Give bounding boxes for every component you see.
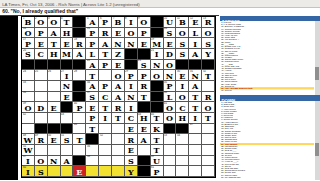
grid-cell[interactable]	[61, 145, 74, 156]
grid-cell[interactable]: 59U	[151, 156, 164, 167]
cell-letter: K	[151, 124, 163, 134]
cell-letter: I	[61, 70, 73, 80]
cell-letter: P	[99, 17, 111, 27]
grid-cell[interactable]: A	[138, 134, 151, 145]
grid-cell[interactable]: L	[189, 28, 202, 39]
grid-cell[interactable]: O	[125, 28, 138, 39]
grid-cell[interactable]: 30E	[176, 70, 189, 81]
grid-cell[interactable]: 16S	[164, 28, 177, 39]
across-scrollbar-thumb[interactable]	[315, 67, 319, 80]
grid-cell[interactable]: N	[61, 81, 74, 92]
grid-cell[interactable]	[35, 60, 48, 71]
grid-cell[interactable]: C	[125, 113, 138, 124]
grid-cell[interactable]: 58	[86, 156, 99, 167]
cell-letter: E	[125, 145, 137, 155]
grid-cell[interactable]	[73, 92, 86, 103]
grid-cell[interactable]: 41O	[164, 102, 177, 113]
grid-cell[interactable]: 8I	[125, 17, 138, 28]
grid-cell[interactable]: I	[176, 81, 189, 92]
grid-cell[interactable]	[138, 145, 151, 156]
cell-letter: O	[164, 102, 176, 112]
grid-cell[interactable]: 54	[176, 134, 189, 145]
grid-cell[interactable]: I	[99, 113, 112, 124]
grid-cell[interactable]	[73, 28, 86, 39]
cell-letter: M	[151, 38, 163, 48]
grid-cell[interactable]: E	[125, 145, 138, 156]
grid-cell[interactable]: I	[189, 38, 202, 49]
grid-cell[interactable]: Y	[125, 166, 138, 177]
cell-number: 56	[87, 145, 90, 148]
cell-letter: I	[189, 38, 201, 48]
grid-cell[interactable]: A	[48, 28, 61, 39]
grid-cell[interactable]	[164, 124, 177, 135]
grid-cell[interactable]	[164, 145, 177, 156]
grid-cell[interactable]: 13R	[202, 17, 215, 28]
grid-cell[interactable]	[22, 124, 35, 135]
grid-cell[interactable]: 48W	[22, 134, 35, 145]
grid-cell[interactable]: T	[112, 113, 125, 124]
grid-cell[interactable]: O	[35, 156, 48, 167]
cell-letter: N	[125, 92, 137, 102]
cell-letter: I	[176, 81, 188, 91]
grid-cell[interactable]: 21I	[151, 49, 164, 60]
grid-cell[interactable]	[35, 124, 48, 135]
grid-cell[interactable]: 17P	[22, 38, 35, 49]
grid-cell[interactable]: 20S	[22, 49, 35, 60]
grid-cell[interactable]	[125, 49, 138, 60]
grid-cell[interactable]: 61P	[151, 166, 164, 177]
cell-letter: P	[138, 70, 150, 80]
grid-cell[interactable]: 42	[22, 113, 35, 124]
grid-cell[interactable]: S	[176, 49, 189, 60]
grid-cell[interactable]: E	[164, 38, 177, 49]
grid-cell[interactable]: E	[112, 60, 125, 71]
grid-cell[interactable]	[176, 166, 189, 177]
cell-letter: O	[125, 28, 137, 38]
grid-cell[interactable]	[151, 102, 164, 113]
grid-cell[interactable]: O	[202, 28, 215, 39]
grid-cell[interactable]: N	[151, 60, 164, 71]
grid-cell[interactable]	[48, 166, 61, 177]
grid-cell[interactable]: P	[35, 28, 48, 39]
cell-letter: S	[176, 49, 188, 59]
cell-letter: A	[86, 81, 98, 91]
cell-number: 52	[100, 134, 103, 137]
grid-cell[interactable]: T	[151, 134, 164, 145]
cell-letter: N	[189, 70, 201, 80]
grid-cell[interactable]: 50E	[48, 134, 61, 145]
cell-letter: T	[48, 38, 60, 48]
grid-cell[interactable]: I	[125, 102, 138, 113]
cell-letter: C	[35, 49, 47, 59]
grid-cell[interactable]	[48, 145, 61, 156]
grid-cell[interactable]: T	[189, 102, 202, 113]
cell-letter: O	[176, 92, 188, 102]
grid-cell[interactable]: C	[99, 92, 112, 103]
cell-letter: T	[86, 124, 98, 134]
grid-cell[interactable]	[22, 60, 35, 71]
grid-cell[interactable]: P	[99, 81, 112, 92]
cell-letter: N	[48, 156, 60, 166]
grid-cell[interactable]: N	[125, 92, 138, 103]
grid-cell[interactable]: 27I	[61, 70, 74, 81]
grid-cell[interactable]: 39O	[22, 102, 35, 113]
grid-cell[interactable]: 43	[61, 113, 74, 124]
cell-letter: E	[138, 124, 150, 134]
grid-cell[interactable]	[202, 156, 215, 167]
grid-cell[interactable]: 14O	[22, 28, 35, 39]
grid-cell[interactable]: 38L	[164, 92, 177, 103]
cell-letter: T	[202, 113, 214, 123]
grid-cell[interactable]	[176, 124, 189, 135]
grid-cell[interactable]	[176, 145, 189, 156]
cell-number: 53	[164, 134, 167, 137]
cell-letter: I	[125, 102, 137, 112]
left-black-margin	[0, 16, 18, 181]
cell-letter: Y	[202, 49, 214, 59]
grid-cell[interactable]	[189, 60, 202, 71]
grid-cell[interactable]: A	[73, 49, 86, 60]
cell-letter: W	[22, 134, 34, 144]
grid-cell[interactable]: 11B	[176, 17, 189, 28]
grid-cell[interactable]: R	[99, 28, 112, 39]
grid-cell[interactable]	[202, 124, 215, 135]
grid-cell[interactable]	[202, 134, 215, 145]
cell-letter: N	[151, 60, 163, 70]
grid-cell[interactable]: 52	[99, 134, 112, 145]
grid-cell[interactable]: 19M	[151, 38, 164, 49]
cell-letter: O	[138, 17, 150, 27]
grid-cell[interactable]: O	[176, 92, 189, 103]
grid-cell[interactable]: 12E	[189, 17, 202, 28]
grid-cell[interactable]: 32T	[202, 70, 215, 81]
cell-letter: P	[99, 81, 111, 91]
grid-cell[interactable]: 26	[48, 70, 61, 81]
cell-letter: H	[138, 113, 150, 123]
cell-letter: T	[99, 102, 111, 112]
cell-letter: O	[164, 113, 176, 123]
cell-letter: O	[202, 28, 214, 38]
grid-cell[interactable]: O	[202, 102, 215, 113]
cell-letter: E	[48, 102, 60, 112]
grid-cell[interactable]: N	[164, 70, 177, 81]
grid-cell[interactable]	[112, 156, 125, 167]
grid-cell[interactable]	[73, 81, 86, 92]
grid-cell[interactable]: T	[99, 49, 112, 60]
cell-number: 28	[74, 70, 77, 73]
grid-cell[interactable]: M	[61, 49, 74, 60]
grid-cell[interactable]: O	[151, 70, 164, 81]
cell-letter: D	[164, 49, 176, 59]
grid-cell[interactable]: R	[138, 81, 151, 92]
grid-cell[interactable]	[99, 70, 112, 81]
grid-cell[interactable]: P	[86, 113, 99, 124]
current-clue-text: 60. "No, I already qualified that"	[0, 8, 78, 14]
grid-cell[interactable]: 22A	[86, 60, 99, 71]
grid-cell[interactable]: E	[61, 92, 74, 103]
grid-cell[interactable]: T	[138, 92, 151, 103]
grid-cell[interactable]: O	[164, 113, 177, 124]
cell-letter: E	[48, 134, 60, 144]
grid-cell[interactable]: 37S	[86, 92, 99, 103]
grid-cell[interactable]	[73, 156, 86, 167]
cell-letter: E	[73, 166, 85, 176]
grid-cell[interactable]: 40P	[73, 102, 86, 113]
cell-letter: R	[138, 81, 150, 91]
grid-cell[interactable]	[151, 28, 164, 39]
cell-letter: N	[164, 70, 176, 80]
grid-cell[interactable]	[48, 113, 61, 124]
grid-cell[interactable]: P	[138, 28, 151, 39]
grid-cell[interactable]: A	[189, 81, 202, 92]
grid-cell[interactable]: C	[35, 49, 48, 60]
grid-cell[interactable]: 44H	[138, 113, 151, 124]
grid-cell[interactable]: 7B	[112, 17, 125, 28]
grid-cell[interactable]	[151, 17, 164, 28]
grid-cell[interactable]: T	[73, 134, 86, 145]
grid-cell[interactable]: E	[138, 124, 151, 135]
cell-letter: N	[125, 38, 137, 48]
grid-cell[interactable]: S	[176, 38, 189, 49]
cell-letter: O	[22, 28, 34, 38]
crossword-grid[interactable]: 1B2O3O4T5A6P7B8I9O10U11B12E13R14OPAH15PR…	[21, 16, 216, 178]
cell-letter: P	[125, 70, 137, 80]
grid-cell[interactable]	[151, 81, 164, 92]
grid-cell[interactable]: 15P	[86, 28, 99, 39]
down-clue-list[interactable]: 1. Hits hard2. Oran's land3. Norse deity…	[220, 101, 314, 180]
grid-cell[interactable]	[99, 145, 112, 156]
cell-letter: T	[86, 70, 98, 80]
cell-letter: T	[61, 17, 73, 27]
grid-cell[interactable]: 53	[164, 134, 177, 145]
grid-cell[interactable]: I	[125, 81, 138, 92]
grid-cell[interactable]: 2O	[35, 17, 48, 28]
grid-cell[interactable]	[138, 156, 151, 167]
cell-letter: E	[61, 92, 73, 102]
grid-cell[interactable]: 3O	[48, 17, 61, 28]
cell-letter: R	[73, 38, 85, 48]
grid-cell[interactable]	[164, 156, 177, 167]
grid-cell[interactable]: H	[48, 49, 61, 60]
cell-letter: E	[86, 102, 98, 112]
grid-cell[interactable]	[138, 166, 151, 177]
grid-cell[interactable]	[176, 60, 189, 71]
down-scrollbar-thumb[interactable]	[315, 143, 319, 156]
grid-cell[interactable]	[99, 156, 112, 167]
grid-cell[interactable]	[151, 92, 164, 103]
grid-cell[interactable]: 24	[22, 70, 35, 81]
grid-cell[interactable]: T	[202, 113, 215, 124]
grid-cell[interactable]: T	[189, 92, 202, 103]
cell-letter: I	[22, 156, 34, 166]
cell-letter: E	[164, 38, 176, 48]
grid-cell[interactable]: N	[125, 38, 138, 49]
grid-cell[interactable]	[35, 92, 48, 103]
grid-cell[interactable]	[164, 166, 177, 177]
grid-cell[interactable]	[202, 145, 215, 156]
grid-cell[interactable]: 6P	[99, 17, 112, 28]
cell-letter: O	[35, 156, 47, 166]
grid-cell[interactable]: A	[112, 81, 125, 92]
grid-cell[interactable]: 23S	[138, 60, 151, 71]
grid-cell[interactable]: S	[202, 38, 215, 49]
down-scrollbar[interactable]	[315, 101, 320, 180]
grid-cell[interactable]	[138, 102, 151, 113]
grid-cell[interactable]	[112, 124, 125, 135]
cell-letter: E	[35, 38, 47, 48]
grid-cell[interactable]	[61, 166, 74, 177]
grid-cell[interactable]: 51S	[61, 134, 74, 145]
grid-cell[interactable]	[189, 134, 202, 145]
grid-cell[interactable]: H	[176, 113, 189, 124]
grid-cell[interactable]	[99, 124, 112, 135]
grid-cell[interactable]	[73, 60, 86, 71]
grid-cell[interactable]	[35, 145, 48, 156]
grid-cell[interactable]: P	[99, 60, 112, 71]
grid-cell[interactable]: 45T	[151, 113, 164, 124]
grid-cell[interactable]: O	[164, 60, 177, 71]
cell-number: 42	[23, 113, 26, 116]
cell-letter: S	[176, 38, 188, 48]
grid-cell[interactable]	[48, 92, 61, 103]
cell-letter: I	[22, 166, 34, 176]
cell-letter: S	[125, 156, 137, 166]
grid-cell[interactable]: H	[61, 28, 74, 39]
cell-letter: A	[61, 156, 73, 166]
grid-cell[interactable]: N	[112, 38, 125, 49]
grid-cell[interactable]	[86, 166, 99, 177]
cell-letter: H	[176, 113, 188, 123]
grid-cell[interactable]	[48, 81, 61, 92]
grid-cell[interactable]: K	[151, 124, 164, 135]
cell-number: 24	[23, 70, 26, 73]
grid-cell[interactable]: E	[35, 38, 48, 49]
grid-cell[interactable]: 29P	[125, 70, 138, 81]
cell-letter: I	[99, 113, 111, 123]
grid-cell[interactable]: E	[61, 38, 74, 49]
grid-cell[interactable]: E	[73, 166, 86, 177]
grid-cell[interactable]: P	[86, 38, 99, 49]
grid-cell[interactable]: D	[164, 49, 177, 60]
grid-cell[interactable]	[202, 166, 215, 177]
grid-cell[interactable]	[189, 145, 202, 156]
grid-cell[interactable]: 49R	[35, 134, 48, 145]
grid-cell[interactable]: T	[86, 124, 99, 135]
grid-cell[interactable]: 28	[73, 70, 86, 81]
grid-cell[interactable]: 60I	[22, 166, 35, 177]
cell-letter: S	[35, 166, 47, 176]
grid-cell[interactable]: E	[138, 38, 151, 49]
grid-cell[interactable]: 18R	[73, 38, 86, 49]
cell-letter: S	[61, 134, 73, 144]
grid-cell[interactable]	[73, 145, 86, 156]
grid-cell[interactable]: T	[86, 70, 99, 81]
grid-cell[interactable]	[189, 156, 202, 167]
grid-cell[interactable]: P	[138, 70, 151, 81]
grid-cell[interactable]: S	[35, 166, 48, 177]
clue-item[interactable]: 61. Pick up	[220, 89, 314, 91]
grid-cell[interactable]	[61, 102, 74, 113]
cell-letter: O	[112, 70, 124, 80]
cell-letter: S	[86, 92, 98, 102]
cell-letter: P	[73, 102, 85, 112]
cell-letter: O	[48, 17, 60, 27]
grid-cell[interactable]	[202, 60, 215, 71]
grid-cell[interactable]: A	[61, 156, 74, 167]
grid-cell[interactable]: 36	[22, 92, 35, 103]
grid-cell[interactable]: N	[48, 156, 61, 167]
grid-cell[interactable]: T	[48, 38, 61, 49]
grid-cell[interactable]	[112, 134, 125, 145]
cell-letter: A	[189, 49, 201, 59]
grid-cell[interactable]: A	[189, 49, 202, 60]
grid-cell[interactable]	[202, 81, 215, 92]
grid-cell[interactable]	[35, 81, 48, 92]
grid-cell[interactable]	[125, 60, 138, 71]
cell-letter: L	[164, 92, 176, 102]
grid-cell[interactable]	[48, 124, 61, 135]
grid-cell[interactable]	[86, 134, 99, 145]
grid-cell[interactable]: S	[125, 156, 138, 167]
grid-cell[interactable]: D	[35, 102, 48, 113]
cell-letter: O	[202, 102, 214, 112]
cell-letter: U	[164, 17, 176, 27]
across-scrollbar[interactable]	[315, 21, 320, 95]
grid-cell[interactable]: R	[112, 102, 125, 113]
grid-cell[interactable]	[73, 17, 86, 28]
grid-cell[interactable]	[35, 113, 48, 124]
grid-cell[interactable]	[61, 124, 74, 135]
grid-cell[interactable]: T	[99, 102, 112, 113]
grid-cell[interactable]: E	[48, 102, 61, 113]
cell-letter: O	[35, 17, 47, 27]
cell-letter: I	[125, 81, 137, 91]
grid-cell[interactable]: Z	[112, 49, 125, 60]
grid-cell[interactable]: E	[86, 102, 99, 113]
grid-cell[interactable]	[189, 166, 202, 177]
clue-item[interactable]: 56. Mil. address part	[220, 175, 314, 177]
grid-cell[interactable]: 57I	[22, 156, 35, 167]
grid-cell[interactable]: 46	[73, 124, 86, 135]
grid-cell[interactable]: 4T	[61, 17, 74, 28]
cell-letter: P	[151, 166, 163, 176]
grid-cell[interactable]: R	[125, 134, 138, 145]
grid-cell[interactable]	[112, 166, 125, 177]
grid-cell[interactable]: E	[125, 124, 138, 135]
cell-letter: H	[61, 28, 73, 38]
grid-cell[interactable]: R	[202, 92, 215, 103]
grid-cell[interactable]: 31N	[189, 70, 202, 81]
grid-cell[interactable]: 47	[189, 124, 202, 135]
grid-cell[interactable]: C	[176, 102, 189, 113]
grid-cell[interactable]: 9O	[138, 17, 151, 28]
grid-cell[interactable]: O	[112, 70, 125, 81]
grid-cell[interactable]: A	[99, 38, 112, 49]
cell-letter: H	[48, 49, 60, 59]
grid-cell[interactable]: 25	[35, 70, 48, 81]
grid-cell[interactable]: A	[112, 92, 125, 103]
grid-cell[interactable]	[48, 60, 61, 71]
grid-cell[interactable]	[112, 145, 125, 156]
grid-cell[interactable]: O	[176, 28, 189, 39]
grid-cell[interactable]	[61, 60, 74, 71]
cell-letter: R	[35, 134, 47, 144]
grid-cell[interactable]: Y	[202, 49, 215, 60]
grid-cell[interactable]	[99, 166, 112, 177]
across-clue-list[interactable]: 1. Kick out5. H.S. science class10. Extr…	[220, 21, 314, 95]
grid-cell[interactable]	[176, 156, 189, 167]
grid-cell[interactable]: E	[112, 28, 125, 39]
